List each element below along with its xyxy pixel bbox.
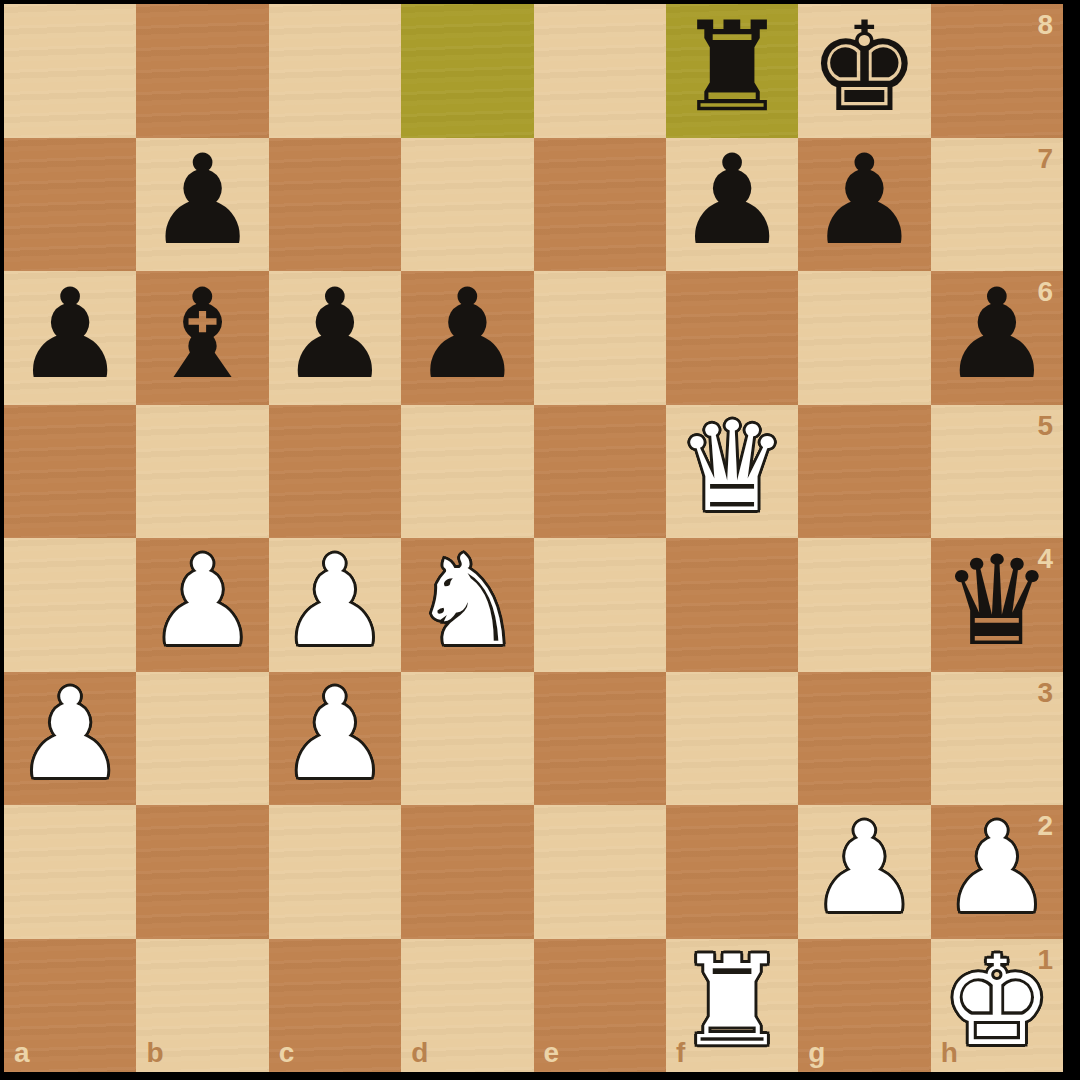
square-f4[interactable] (666, 538, 798, 672)
piece-black-pawn-a6[interactable]: ♟ (15, 272, 126, 396)
piece-black-pawn-h6[interactable]: ♟ (941, 272, 1052, 396)
piece-white-pawn-b4[interactable]: ♟ (147, 539, 258, 663)
square-g4[interactable] (798, 538, 930, 672)
square-c8[interactable] (269, 4, 401, 138)
square-g7[interactable]: ♟ (798, 138, 930, 272)
square-d1[interactable]: d (401, 939, 533, 1073)
square-f8[interactable]: ♜ (666, 4, 798, 138)
square-g1[interactable]: g (798, 939, 930, 1073)
piece-black-pawn-b7[interactable]: ♟ (147, 138, 258, 262)
square-d2[interactable] (401, 805, 533, 939)
square-a7[interactable] (4, 138, 136, 272)
square-d6[interactable]: ♟ (401, 271, 533, 405)
file-label-b: b (146, 1039, 163, 1067)
square-h4[interactable]: 4♛ (931, 538, 1063, 672)
rank-label-3: 3 (1037, 679, 1053, 707)
piece-white-pawn-g2[interactable]: ♟ (809, 806, 920, 930)
square-f6[interactable] (666, 271, 798, 405)
piece-white-pawn-c4[interactable]: ♟ (279, 539, 390, 663)
square-a2[interactable] (4, 805, 136, 939)
square-d5[interactable] (401, 405, 533, 539)
square-f7[interactable]: ♟ (666, 138, 798, 272)
square-e7[interactable] (534, 138, 666, 272)
square-b4[interactable]: ♟ (136, 538, 268, 672)
piece-black-pawn-c6[interactable]: ♟ (279, 272, 390, 396)
rank-label-7: 7 (1037, 145, 1053, 173)
square-e6[interactable] (534, 271, 666, 405)
file-label-e: e (544, 1039, 560, 1067)
square-c4[interactable]: ♟ (269, 538, 401, 672)
piece-black-pawn-g7[interactable]: ♟ (809, 138, 920, 262)
square-b3[interactable] (136, 672, 268, 806)
square-b8[interactable] (136, 4, 268, 138)
file-label-g: g (808, 1039, 825, 1067)
square-a3[interactable]: ♟ (4, 672, 136, 806)
square-g3[interactable] (798, 672, 930, 806)
square-e8[interactable] (534, 4, 666, 138)
square-d4[interactable]: ♞ (401, 538, 533, 672)
square-a5[interactable] (4, 405, 136, 539)
square-e3[interactable] (534, 672, 666, 806)
square-a6[interactable]: ♟ (4, 271, 136, 405)
square-h7[interactable]: 7 (931, 138, 1063, 272)
square-g6[interactable] (798, 271, 930, 405)
square-c5[interactable] (269, 405, 401, 539)
piece-white-knight-d4[interactable]: ♞ (412, 539, 523, 663)
square-h6[interactable]: 6♟ (931, 271, 1063, 405)
square-a8[interactable] (4, 4, 136, 138)
square-a4[interactable] (4, 538, 136, 672)
file-label-d: d (411, 1039, 428, 1067)
square-g2[interactable]: ♟ (798, 805, 930, 939)
square-b7[interactable]: ♟ (136, 138, 268, 272)
square-d8[interactable] (401, 4, 533, 138)
piece-black-pawn-f7[interactable]: ♟ (676, 138, 787, 262)
square-b2[interactable] (136, 805, 268, 939)
square-h2[interactable]: 2♟ (931, 805, 1063, 939)
square-c1[interactable]: c (269, 939, 401, 1073)
piece-white-rook-f1[interactable]: ♜ (676, 939, 787, 1063)
square-b5[interactable] (136, 405, 268, 539)
chessboard-screen: ♜♚8♟♟♟7♟♝♟♟6♟♛5♟♟♞4♛♟♟3♟2♟abcdef♜g1h♚ (0, 0, 1080, 1080)
square-h8[interactable]: 8 (931, 4, 1063, 138)
rank-label-5: 5 (1037, 412, 1053, 440)
piece-black-rook-f8[interactable]: ♜ (676, 5, 787, 129)
square-f3[interactable] (666, 672, 798, 806)
square-h3[interactable]: 3 (931, 672, 1063, 806)
square-b1[interactable]: b (136, 939, 268, 1073)
piece-white-queen-f5[interactable]: ♛ (676, 405, 787, 529)
square-e1[interactable]: e (534, 939, 666, 1073)
square-c6[interactable]: ♟ (269, 271, 401, 405)
square-c7[interactable] (269, 138, 401, 272)
square-g5[interactable] (798, 405, 930, 539)
square-f5[interactable]: ♛ (666, 405, 798, 539)
file-label-a: a (14, 1039, 30, 1067)
square-a1[interactable]: a (4, 939, 136, 1073)
square-h1[interactable]: 1h♚ (931, 939, 1063, 1073)
piece-black-queen-h4[interactable]: ♛ (941, 539, 1052, 663)
square-f2[interactable] (666, 805, 798, 939)
piece-white-pawn-a3[interactable]: ♟ (15, 672, 126, 796)
rank-label-8: 8 (1037, 11, 1053, 39)
square-g8[interactable]: ♚ (798, 4, 930, 138)
piece-white-pawn-c3[interactable]: ♟ (279, 672, 390, 796)
square-d7[interactable] (401, 138, 533, 272)
chess-board: ♜♚8♟♟♟7♟♝♟♟6♟♛5♟♟♞4♛♟♟3♟2♟abcdef♜g1h♚ (4, 4, 1063, 1072)
square-d3[interactable] (401, 672, 533, 806)
piece-white-king-h1[interactable]: ♚ (941, 939, 1052, 1063)
square-e2[interactable] (534, 805, 666, 939)
square-c2[interactable] (269, 805, 401, 939)
square-e4[interactable] (534, 538, 666, 672)
file-label-c: c (279, 1039, 295, 1067)
piece-black-king-g8[interactable]: ♚ (809, 5, 920, 129)
piece-white-pawn-h2[interactable]: ♟ (941, 806, 1052, 930)
piece-black-bishop-b6[interactable]: ♝ (147, 272, 258, 396)
square-h5[interactable]: 5 (931, 405, 1063, 539)
square-c3[interactable]: ♟ (269, 672, 401, 806)
square-f1[interactable]: f♜ (666, 939, 798, 1073)
piece-black-pawn-d6[interactable]: ♟ (412, 272, 523, 396)
square-b6[interactable]: ♝ (136, 271, 268, 405)
square-e5[interactable] (534, 405, 666, 539)
